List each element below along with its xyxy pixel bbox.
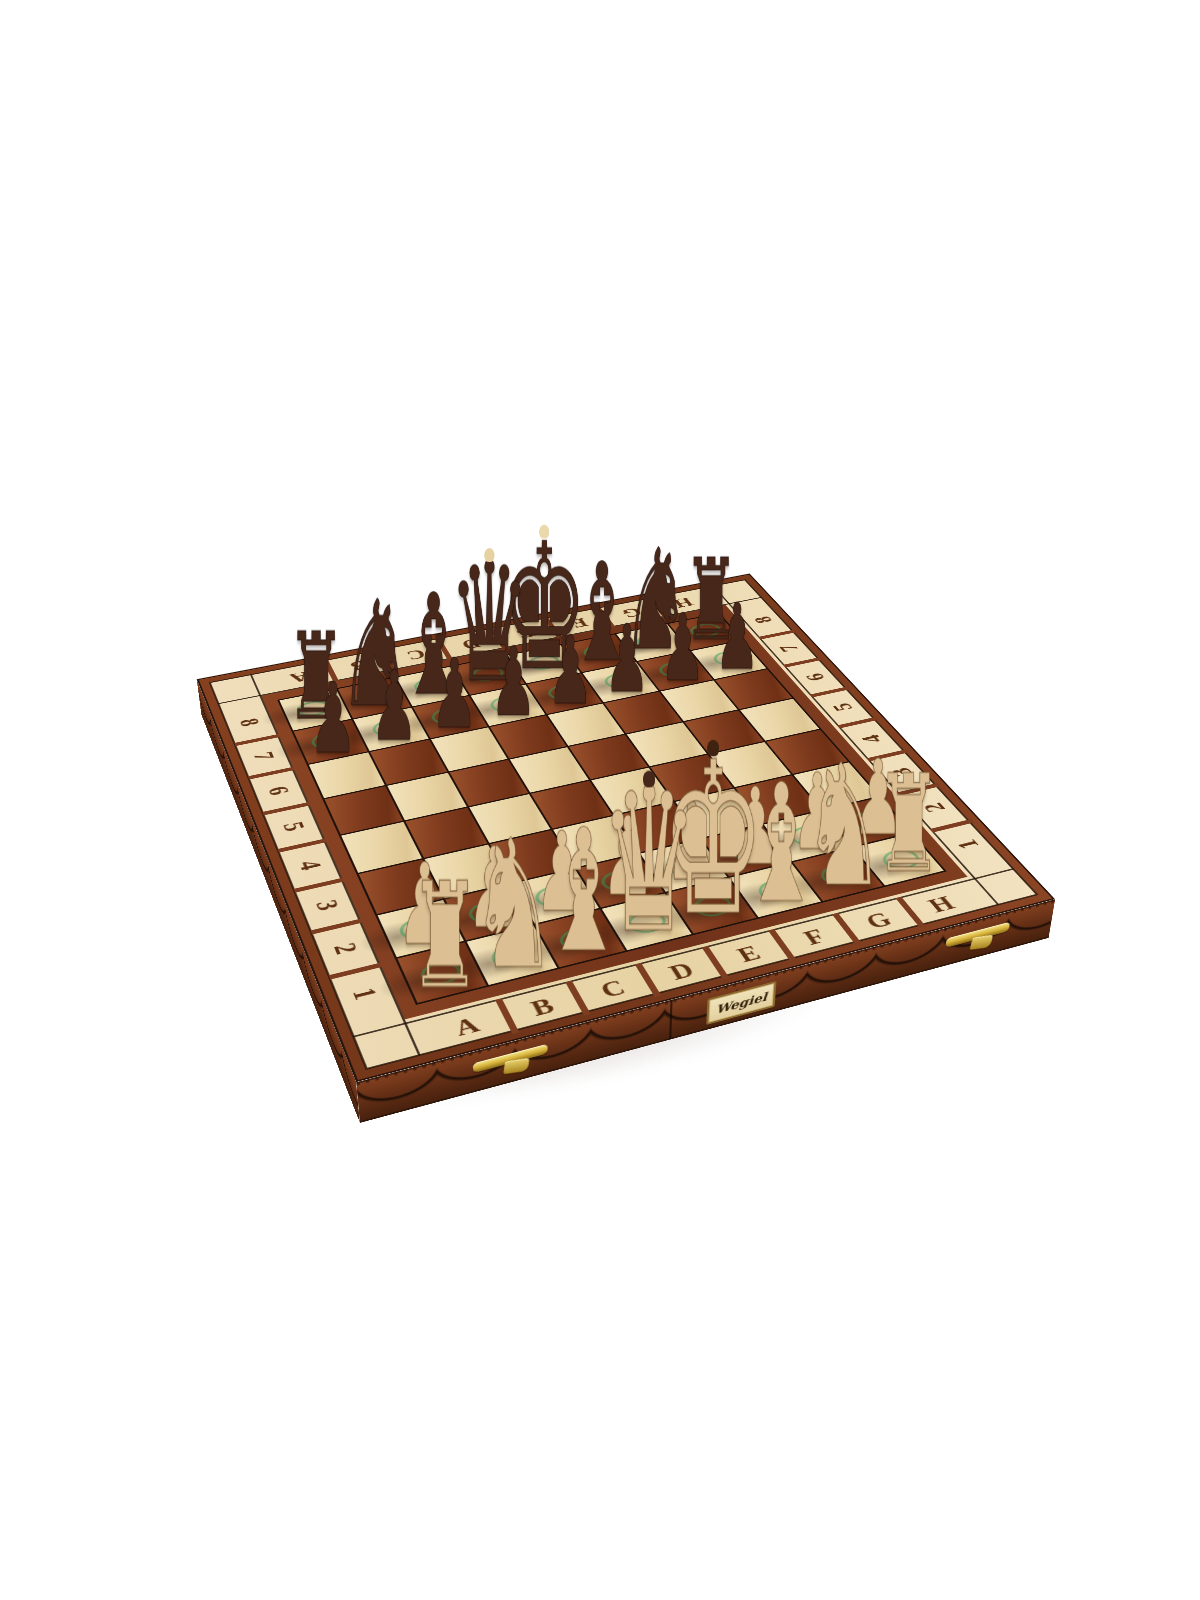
clasp-hook [503, 1058, 529, 1075]
brand-label: Wegiel [716, 990, 768, 1017]
page: { "game": "chess", "position": { "fen": … [0, 0, 1200, 1600]
brass-clasp-left [473, 1044, 548, 1085]
scene: ABCDEFGH ABCDEFGH 87654321 87654321 ♜♞♝♛… [150, 430, 1030, 1130]
brass-clasp-right [944, 922, 1010, 959]
fold-seam [669, 999, 672, 1040]
chess-board: ABCDEFGH ABCDEFGH 87654321 87654321 ♜♞♝♛… [197, 573, 1056, 1082]
clasp-hook [969, 935, 993, 950]
brand-plate: Wegiel [706, 981, 776, 1025]
piece-cell-a7: ♟ [291, 719, 366, 763]
